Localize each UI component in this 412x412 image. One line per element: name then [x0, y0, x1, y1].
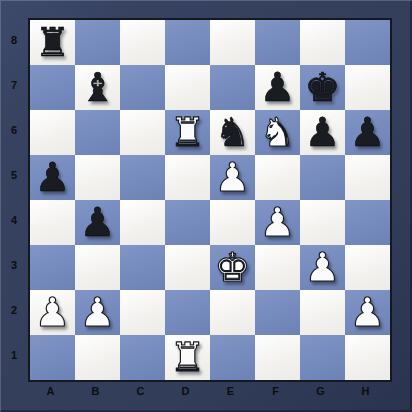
piece-white-knight-f6[interactable]: ♞ — [255, 110, 300, 155]
square-e2[interactable] — [210, 290, 255, 335]
square-g3[interactable]: ♟ — [300, 245, 345, 290]
piece-white-pawn-g3[interactable]: ♟ — [300, 245, 345, 290]
square-c7[interactable] — [120, 65, 165, 110]
rank-label-4: 4 — [0, 198, 28, 243]
square-c2[interactable] — [120, 290, 165, 335]
piece-black-rook-a8[interactable]: ♜ — [30, 20, 75, 65]
square-d7[interactable] — [165, 65, 210, 110]
square-a3[interactable] — [30, 245, 75, 290]
square-e6[interactable]: ♞ — [210, 110, 255, 155]
square-g5[interactable] — [300, 155, 345, 200]
square-g7[interactable]: ♚ — [300, 65, 345, 110]
square-g1[interactable] — [300, 335, 345, 380]
chess-board: ♜♝♟♚♜♞♞♟♟♟♟♟♟♚♟♟♟♟♜ — [28, 18, 392, 382]
square-c8[interactable] — [120, 20, 165, 65]
square-b8[interactable] — [75, 20, 120, 65]
square-h3[interactable] — [345, 245, 390, 290]
square-f5[interactable] — [255, 155, 300, 200]
square-c6[interactable] — [120, 110, 165, 155]
piece-white-pawn-h2[interactable]: ♟ — [345, 290, 390, 335]
square-e8[interactable] — [210, 20, 255, 65]
square-c4[interactable] — [120, 200, 165, 245]
square-e4[interactable] — [210, 200, 255, 245]
piece-white-pawn-b2[interactable]: ♟ — [75, 290, 120, 335]
square-e1[interactable] — [210, 335, 255, 380]
square-e7[interactable] — [210, 65, 255, 110]
piece-black-pawn-h6[interactable]: ♟ — [345, 110, 390, 155]
square-f6[interactable]: ♞ — [255, 110, 300, 155]
square-a1[interactable] — [30, 335, 75, 380]
square-d1[interactable]: ♜ — [165, 335, 210, 380]
rank-label-7: 7 — [0, 63, 28, 108]
square-f7[interactable]: ♟ — [255, 65, 300, 110]
square-h2[interactable]: ♟ — [345, 290, 390, 335]
square-a5[interactable]: ♟ — [30, 155, 75, 200]
square-h6[interactable]: ♟ — [345, 110, 390, 155]
rank-label-3: 3 — [0, 243, 28, 288]
square-f3[interactable] — [255, 245, 300, 290]
square-c3[interactable] — [120, 245, 165, 290]
file-label-c: C — [118, 383, 163, 401]
rank-label-5: 5 — [0, 153, 28, 198]
piece-white-rook-d6[interactable]: ♜ — [165, 110, 210, 155]
file-labels: ABCDEFGH — [28, 383, 392, 401]
piece-black-pawn-a5[interactable]: ♟ — [30, 155, 75, 200]
square-d5[interactable] — [165, 155, 210, 200]
square-g2[interactable] — [300, 290, 345, 335]
square-g6[interactable]: ♟ — [300, 110, 345, 155]
square-g4[interactable] — [300, 200, 345, 245]
square-f2[interactable] — [255, 290, 300, 335]
piece-white-pawn-e5[interactable]: ♟ — [210, 155, 255, 200]
square-a7[interactable] — [30, 65, 75, 110]
square-b1[interactable] — [75, 335, 120, 380]
square-c1[interactable] — [120, 335, 165, 380]
square-b6[interactable] — [75, 110, 120, 155]
piece-black-pawn-g6[interactable]: ♟ — [300, 110, 345, 155]
square-h4[interactable] — [345, 200, 390, 245]
piece-black-bishop-b7[interactable]: ♝ — [75, 65, 120, 110]
file-label-g: G — [298, 383, 343, 401]
square-e3[interactable]: ♚ — [210, 245, 255, 290]
square-b4[interactable]: ♟ — [75, 200, 120, 245]
file-label-e: E — [208, 383, 253, 401]
square-h5[interactable] — [345, 155, 390, 200]
piece-white-rook-d1[interactable]: ♜ — [165, 335, 210, 380]
piece-black-king-g7[interactable]: ♚ — [300, 65, 345, 110]
square-h1[interactable] — [345, 335, 390, 380]
square-h8[interactable] — [345, 20, 390, 65]
rank-label-1: 1 — [0, 333, 28, 378]
piece-black-pawn-b4[interactable]: ♟ — [75, 200, 120, 245]
rank-label-8: 8 — [0, 18, 28, 63]
file-label-h: H — [343, 383, 388, 401]
piece-white-pawn-f4[interactable]: ♟ — [255, 200, 300, 245]
diagram-frame: 87654321 ♜♝♟♚♜♞♞♟♟♟♟♟♟♚♟♟♟♟♜ ABCDEFGH — [0, 0, 412, 412]
piece-white-pawn-a2[interactable]: ♟ — [30, 290, 75, 335]
square-b3[interactable] — [75, 245, 120, 290]
file-label-d: D — [163, 383, 208, 401]
square-a2[interactable]: ♟ — [30, 290, 75, 335]
square-d6[interactable]: ♜ — [165, 110, 210, 155]
square-d2[interactable] — [165, 290, 210, 335]
piece-black-pawn-f7[interactable]: ♟ — [255, 65, 300, 110]
square-d8[interactable] — [165, 20, 210, 65]
square-d4[interactable] — [165, 200, 210, 245]
square-b7[interactable]: ♝ — [75, 65, 120, 110]
file-label-f: F — [253, 383, 298, 401]
file-label-a: A — [28, 383, 73, 401]
rank-labels: 87654321 — [0, 18, 28, 382]
square-h7[interactable] — [345, 65, 390, 110]
square-f8[interactable] — [255, 20, 300, 65]
square-g8[interactable] — [300, 20, 345, 65]
square-f1[interactable] — [255, 335, 300, 380]
rank-label-2: 2 — [0, 288, 28, 333]
piece-white-king-e3[interactable]: ♚ — [210, 245, 255, 290]
square-a8[interactable]: ♜ — [30, 20, 75, 65]
square-b2[interactable]: ♟ — [75, 290, 120, 335]
rank-label-6: 6 — [0, 108, 28, 153]
square-d3[interactable] — [165, 245, 210, 290]
file-label-b: B — [73, 383, 118, 401]
square-a4[interactable] — [30, 200, 75, 245]
square-e5[interactable]: ♟ — [210, 155, 255, 200]
square-b5[interactable] — [75, 155, 120, 200]
square-c5[interactable] — [120, 155, 165, 200]
square-a6[interactable] — [30, 110, 75, 155]
piece-black-knight-e6[interactable]: ♞ — [210, 110, 255, 155]
square-f4[interactable]: ♟ — [255, 200, 300, 245]
